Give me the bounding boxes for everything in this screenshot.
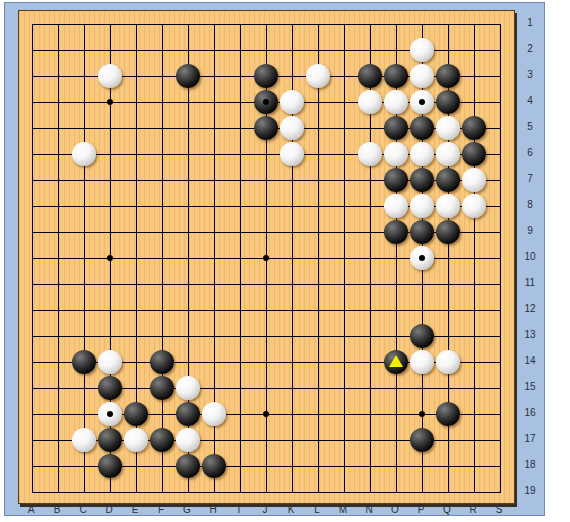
intersection-N2[interactable] <box>357 37 383 63</box>
intersection-Q13[interactable] <box>435 323 461 349</box>
intersection-N7[interactable] <box>357 167 383 193</box>
intersection-N8[interactable] <box>357 193 383 219</box>
intersection-M7[interactable] <box>331 167 357 193</box>
intersection-R16[interactable] <box>461 401 487 427</box>
intersection-R15[interactable] <box>461 375 487 401</box>
intersection-O1[interactable] <box>383 11 409 37</box>
intersection-L4[interactable] <box>305 89 331 115</box>
intersection-D13[interactable] <box>97 323 123 349</box>
intersection-E12[interactable] <box>123 297 149 323</box>
intersection-P12[interactable] <box>409 297 435 323</box>
intersection-P9[interactable] <box>409 219 435 245</box>
intersection-F12[interactable] <box>149 297 175 323</box>
intersection-S11[interactable] <box>487 271 513 297</box>
intersection-S12[interactable] <box>487 297 513 323</box>
intersection-I1[interactable] <box>227 11 253 37</box>
intersection-J7[interactable] <box>253 167 279 193</box>
intersection-S14[interactable] <box>487 349 513 375</box>
intersection-Q4[interactable] <box>435 89 461 115</box>
intersection-Q15[interactable] <box>435 375 461 401</box>
intersection-N4[interactable] <box>357 89 383 115</box>
intersection-E11[interactable] <box>123 271 149 297</box>
intersection-J2[interactable] <box>253 37 279 63</box>
intersection-R7[interactable] <box>461 167 487 193</box>
intersection-F16[interactable] <box>149 401 175 427</box>
intersection-D17[interactable] <box>97 427 123 453</box>
intersection-N9[interactable] <box>357 219 383 245</box>
intersection-D19[interactable] <box>97 479 123 505</box>
intersection-Q11[interactable] <box>435 271 461 297</box>
intersection-M5[interactable] <box>331 115 357 141</box>
intersection-D18[interactable] <box>97 453 123 479</box>
intersection-C11[interactable] <box>71 271 97 297</box>
intersection-Q6[interactable] <box>435 141 461 167</box>
intersection-R11[interactable] <box>461 271 487 297</box>
intersection-R3[interactable] <box>461 63 487 89</box>
intersection-F14[interactable] <box>149 349 175 375</box>
intersection-L15[interactable] <box>305 375 331 401</box>
intersection-G12[interactable] <box>175 297 201 323</box>
intersection-B14[interactable] <box>45 349 71 375</box>
intersection-O5[interactable] <box>383 115 409 141</box>
intersection-H3[interactable] <box>201 63 227 89</box>
intersection-D1[interactable] <box>97 11 123 37</box>
intersection-N19[interactable] <box>357 479 383 505</box>
intersection-G6[interactable] <box>175 141 201 167</box>
intersection-E13[interactable] <box>123 323 149 349</box>
intersection-A2[interactable] <box>19 37 45 63</box>
intersection-C8[interactable] <box>71 193 97 219</box>
intersection-K19[interactable] <box>279 479 305 505</box>
intersection-J8[interactable] <box>253 193 279 219</box>
intersection-E8[interactable] <box>123 193 149 219</box>
intersection-E2[interactable] <box>123 37 149 63</box>
intersection-E3[interactable] <box>123 63 149 89</box>
intersection-R2[interactable] <box>461 37 487 63</box>
intersection-C12[interactable] <box>71 297 97 323</box>
intersection-S19[interactable] <box>487 479 513 505</box>
intersection-B3[interactable] <box>45 63 71 89</box>
intersection-O3[interactable] <box>383 63 409 89</box>
intersection-H7[interactable] <box>201 167 227 193</box>
intersection-H12[interactable] <box>201 297 227 323</box>
intersection-O17[interactable] <box>383 427 409 453</box>
intersection-L3[interactable] <box>305 63 331 89</box>
intersection-G7[interactable] <box>175 167 201 193</box>
intersection-K14[interactable] <box>279 349 305 375</box>
intersection-I5[interactable] <box>227 115 253 141</box>
intersection-J14[interactable] <box>253 349 279 375</box>
intersection-P18[interactable] <box>409 453 435 479</box>
intersection-K4[interactable] <box>279 89 305 115</box>
intersection-M6[interactable] <box>331 141 357 167</box>
intersection-M15[interactable] <box>331 375 357 401</box>
intersection-O9[interactable] <box>383 219 409 245</box>
intersection-O10[interactable] <box>383 245 409 271</box>
intersection-A8[interactable] <box>19 193 45 219</box>
intersection-G11[interactable] <box>175 271 201 297</box>
intersection-P6[interactable] <box>409 141 435 167</box>
intersection-H9[interactable] <box>201 219 227 245</box>
intersection-Q16[interactable] <box>435 401 461 427</box>
intersection-M3[interactable] <box>331 63 357 89</box>
intersection-B9[interactable] <box>45 219 71 245</box>
intersection-A7[interactable] <box>19 167 45 193</box>
intersection-H1[interactable] <box>201 11 227 37</box>
intersection-H6[interactable] <box>201 141 227 167</box>
intersection-D12[interactable] <box>97 297 123 323</box>
intersection-A5[interactable] <box>19 115 45 141</box>
intersection-K13[interactable] <box>279 323 305 349</box>
intersection-K6[interactable] <box>279 141 305 167</box>
intersection-I18[interactable] <box>227 453 253 479</box>
intersection-N14[interactable] <box>357 349 383 375</box>
intersection-D8[interactable] <box>97 193 123 219</box>
intersection-J19[interactable] <box>253 479 279 505</box>
intersection-L11[interactable] <box>305 271 331 297</box>
intersection-J3[interactable] <box>253 63 279 89</box>
intersection-I8[interactable] <box>227 193 253 219</box>
intersection-P15[interactable] <box>409 375 435 401</box>
intersection-L9[interactable] <box>305 219 331 245</box>
intersection-G1[interactable] <box>175 11 201 37</box>
intersection-R10[interactable] <box>461 245 487 271</box>
intersection-K17[interactable] <box>279 427 305 453</box>
intersection-R13[interactable] <box>461 323 487 349</box>
intersection-A1[interactable] <box>19 11 45 37</box>
intersection-J18[interactable] <box>253 453 279 479</box>
intersection-K10[interactable] <box>279 245 305 271</box>
intersection-C3[interactable] <box>71 63 97 89</box>
intersection-Q18[interactable] <box>435 453 461 479</box>
intersection-O6[interactable] <box>383 141 409 167</box>
intersection-I7[interactable] <box>227 167 253 193</box>
intersection-E5[interactable] <box>123 115 149 141</box>
intersection-S16[interactable] <box>487 401 513 427</box>
intersection-M14[interactable] <box>331 349 357 375</box>
intersection-F18[interactable] <box>149 453 175 479</box>
intersection-H4[interactable] <box>201 89 227 115</box>
intersection-L6[interactable] <box>305 141 331 167</box>
intersection-J6[interactable] <box>253 141 279 167</box>
intersection-E14[interactable] <box>123 349 149 375</box>
intersection-F4[interactable] <box>149 89 175 115</box>
intersection-H5[interactable] <box>201 115 227 141</box>
intersection-M2[interactable] <box>331 37 357 63</box>
intersection-L5[interactable] <box>305 115 331 141</box>
intersection-A16[interactable] <box>19 401 45 427</box>
intersection-E6[interactable] <box>123 141 149 167</box>
intersection-M12[interactable] <box>331 297 357 323</box>
intersection-F3[interactable] <box>149 63 175 89</box>
intersection-H8[interactable] <box>201 193 227 219</box>
intersection-A4[interactable] <box>19 89 45 115</box>
intersection-O12[interactable] <box>383 297 409 323</box>
intersection-R9[interactable] <box>461 219 487 245</box>
intersection-K12[interactable] <box>279 297 305 323</box>
intersection-A10[interactable] <box>19 245 45 271</box>
intersection-H13[interactable] <box>201 323 227 349</box>
intersection-E4[interactable] <box>123 89 149 115</box>
intersection-R5[interactable] <box>461 115 487 141</box>
intersection-I4[interactable] <box>227 89 253 115</box>
intersection-F5[interactable] <box>149 115 175 141</box>
intersection-B19[interactable] <box>45 479 71 505</box>
intersection-E18[interactable] <box>123 453 149 479</box>
intersection-I6[interactable] <box>227 141 253 167</box>
intersection-P3[interactable] <box>409 63 435 89</box>
intersection-Q14[interactable] <box>435 349 461 375</box>
intersection-S7[interactable] <box>487 167 513 193</box>
intersection-E7[interactable] <box>123 167 149 193</box>
intersection-K8[interactable] <box>279 193 305 219</box>
intersection-E15[interactable] <box>123 375 149 401</box>
intersection-K9[interactable] <box>279 219 305 245</box>
intersection-N10[interactable] <box>357 245 383 271</box>
intersection-B13[interactable] <box>45 323 71 349</box>
intersection-J5[interactable] <box>253 115 279 141</box>
intersection-B7[interactable] <box>45 167 71 193</box>
intersection-M13[interactable] <box>331 323 357 349</box>
intersection-O2[interactable] <box>383 37 409 63</box>
intersection-C13[interactable] <box>71 323 97 349</box>
intersection-P14[interactable] <box>409 349 435 375</box>
intersection-A9[interactable] <box>19 219 45 245</box>
intersection-S3[interactable] <box>487 63 513 89</box>
intersection-D6[interactable] <box>97 141 123 167</box>
intersection-K2[interactable] <box>279 37 305 63</box>
intersection-P19[interactable] <box>409 479 435 505</box>
intersection-M17[interactable] <box>331 427 357 453</box>
intersection-D5[interactable] <box>97 115 123 141</box>
intersection-G16[interactable] <box>175 401 201 427</box>
intersection-A13[interactable] <box>19 323 45 349</box>
intersection-B11[interactable] <box>45 271 71 297</box>
intersection-O8[interactable] <box>383 193 409 219</box>
intersection-G13[interactable] <box>175 323 201 349</box>
intersection-H19[interactable] <box>201 479 227 505</box>
intersection-I3[interactable] <box>227 63 253 89</box>
intersection-C16[interactable] <box>71 401 97 427</box>
intersection-M8[interactable] <box>331 193 357 219</box>
intersection-O16[interactable] <box>383 401 409 427</box>
intersection-D2[interactable] <box>97 37 123 63</box>
intersection-S8[interactable] <box>487 193 513 219</box>
intersection-K3[interactable] <box>279 63 305 89</box>
intersection-S4[interactable] <box>487 89 513 115</box>
intersection-L13[interactable] <box>305 323 331 349</box>
intersection-N13[interactable] <box>357 323 383 349</box>
intersection-N17[interactable] <box>357 427 383 453</box>
intersection-H17[interactable] <box>201 427 227 453</box>
intersection-R8[interactable] <box>461 193 487 219</box>
intersection-S9[interactable] <box>487 219 513 245</box>
intersection-D15[interactable] <box>97 375 123 401</box>
intersection-F8[interactable] <box>149 193 175 219</box>
intersection-Q12[interactable] <box>435 297 461 323</box>
intersection-J9[interactable] <box>253 219 279 245</box>
intersection-Q3[interactable] <box>435 63 461 89</box>
intersection-C14[interactable] <box>71 349 97 375</box>
intersection-E10[interactable] <box>123 245 149 271</box>
intersection-Q10[interactable] <box>435 245 461 271</box>
intersection-B8[interactable] <box>45 193 71 219</box>
intersection-S5[interactable] <box>487 115 513 141</box>
intersection-N5[interactable] <box>357 115 383 141</box>
intersection-I2[interactable] <box>227 37 253 63</box>
intersection-D11[interactable] <box>97 271 123 297</box>
intersection-B15[interactable] <box>45 375 71 401</box>
intersection-I15[interactable] <box>227 375 253 401</box>
intersection-G19[interactable] <box>175 479 201 505</box>
intersection-G2[interactable] <box>175 37 201 63</box>
intersection-F13[interactable] <box>149 323 175 349</box>
intersection-J17[interactable] <box>253 427 279 453</box>
intersection-P5[interactable] <box>409 115 435 141</box>
intersection-I10[interactable] <box>227 245 253 271</box>
intersection-N16[interactable] <box>357 401 383 427</box>
intersection-B5[interactable] <box>45 115 71 141</box>
intersection-M19[interactable] <box>331 479 357 505</box>
intersection-Q1[interactable] <box>435 11 461 37</box>
intersection-H11[interactable] <box>201 271 227 297</box>
intersection-M1[interactable] <box>331 11 357 37</box>
intersection-H10[interactable] <box>201 245 227 271</box>
intersection-F15[interactable] <box>149 375 175 401</box>
intersection-A12[interactable] <box>19 297 45 323</box>
intersection-E9[interactable] <box>123 219 149 245</box>
intersection-L14[interactable] <box>305 349 331 375</box>
intersection-E1[interactable] <box>123 11 149 37</box>
intersection-D3[interactable] <box>97 63 123 89</box>
intersection-I14[interactable] <box>227 349 253 375</box>
intersection-H15[interactable] <box>201 375 227 401</box>
intersection-S18[interactable] <box>487 453 513 479</box>
intersection-H18[interactable] <box>201 453 227 479</box>
intersection-B17[interactable] <box>45 427 71 453</box>
intersection-M4[interactable] <box>331 89 357 115</box>
intersection-M9[interactable] <box>331 219 357 245</box>
intersection-K5[interactable] <box>279 115 305 141</box>
intersection-R12[interactable] <box>461 297 487 323</box>
intersection-P8[interactable] <box>409 193 435 219</box>
intersection-C9[interactable] <box>71 219 97 245</box>
intersection-Q2[interactable] <box>435 37 461 63</box>
intersection-G18[interactable] <box>175 453 201 479</box>
intersection-F9[interactable] <box>149 219 175 245</box>
intersection-J1[interactable] <box>253 11 279 37</box>
intersection-J12[interactable] <box>253 297 279 323</box>
intersection-G8[interactable] <box>175 193 201 219</box>
intersection-M18[interactable] <box>331 453 357 479</box>
intersection-K11[interactable] <box>279 271 305 297</box>
intersection-F6[interactable] <box>149 141 175 167</box>
intersection-B6[interactable] <box>45 141 71 167</box>
intersection-B10[interactable] <box>45 245 71 271</box>
intersection-M16[interactable] <box>331 401 357 427</box>
intersection-L18[interactable] <box>305 453 331 479</box>
intersection-K1[interactable] <box>279 11 305 37</box>
intersection-E17[interactable] <box>123 427 149 453</box>
intersection-A11[interactable] <box>19 271 45 297</box>
intersection-S15[interactable] <box>487 375 513 401</box>
intersection-C17[interactable] <box>71 427 97 453</box>
intersection-J11[interactable] <box>253 271 279 297</box>
intersection-P17[interactable] <box>409 427 435 453</box>
intersection-F19[interactable] <box>149 479 175 505</box>
intersection-F10[interactable] <box>149 245 175 271</box>
intersection-J15[interactable] <box>253 375 279 401</box>
intersection-J13[interactable] <box>253 323 279 349</box>
intersection-F17[interactable] <box>149 427 175 453</box>
intersection-R4[interactable] <box>461 89 487 115</box>
intersection-N15[interactable] <box>357 375 383 401</box>
intersection-N3[interactable] <box>357 63 383 89</box>
intersection-L12[interactable] <box>305 297 331 323</box>
intersection-K18[interactable] <box>279 453 305 479</box>
intersection-F11[interactable] <box>149 271 175 297</box>
intersection-O13[interactable] <box>383 323 409 349</box>
intersection-C4[interactable] <box>71 89 97 115</box>
intersection-O7[interactable] <box>383 167 409 193</box>
intersection-H2[interactable] <box>201 37 227 63</box>
intersection-K16[interactable] <box>279 401 305 427</box>
intersection-I13[interactable] <box>227 323 253 349</box>
intersection-S17[interactable] <box>487 427 513 453</box>
intersection-B16[interactable] <box>45 401 71 427</box>
intersection-P13[interactable] <box>409 323 435 349</box>
intersection-G4[interactable] <box>175 89 201 115</box>
intersection-O18[interactable] <box>383 453 409 479</box>
intersection-O19[interactable] <box>383 479 409 505</box>
intersection-C19[interactable] <box>71 479 97 505</box>
intersection-G17[interactable] <box>175 427 201 453</box>
intersection-G3[interactable] <box>175 63 201 89</box>
intersection-I19[interactable] <box>227 479 253 505</box>
intersection-B12[interactable] <box>45 297 71 323</box>
intersection-N18[interactable] <box>357 453 383 479</box>
intersection-L2[interactable] <box>305 37 331 63</box>
intersection-Q7[interactable] <box>435 167 461 193</box>
intersection-S10[interactable] <box>487 245 513 271</box>
intersection-S2[interactable] <box>487 37 513 63</box>
intersection-I11[interactable] <box>227 271 253 297</box>
intersection-L1[interactable] <box>305 11 331 37</box>
intersection-D7[interactable] <box>97 167 123 193</box>
intersection-Q5[interactable] <box>435 115 461 141</box>
intersection-C2[interactable] <box>71 37 97 63</box>
intersection-D14[interactable] <box>97 349 123 375</box>
intersection-C6[interactable] <box>71 141 97 167</box>
intersection-O14[interactable] <box>383 349 409 375</box>
intersection-H14[interactable] <box>201 349 227 375</box>
intersection-B18[interactable] <box>45 453 71 479</box>
intersection-B1[interactable] <box>45 11 71 37</box>
intersection-C18[interactable] <box>71 453 97 479</box>
intersection-L10[interactable] <box>305 245 331 271</box>
intersection-I9[interactable] <box>227 219 253 245</box>
intersection-L8[interactable] <box>305 193 331 219</box>
intersection-N11[interactable] <box>357 271 383 297</box>
intersection-C1[interactable] <box>71 11 97 37</box>
intersection-S13[interactable] <box>487 323 513 349</box>
intersection-I16[interactable] <box>227 401 253 427</box>
intersection-R14[interactable] <box>461 349 487 375</box>
intersection-P1[interactable] <box>409 11 435 37</box>
intersection-N12[interactable] <box>357 297 383 323</box>
intersection-E16[interactable] <box>123 401 149 427</box>
intersection-Q8[interactable] <box>435 193 461 219</box>
